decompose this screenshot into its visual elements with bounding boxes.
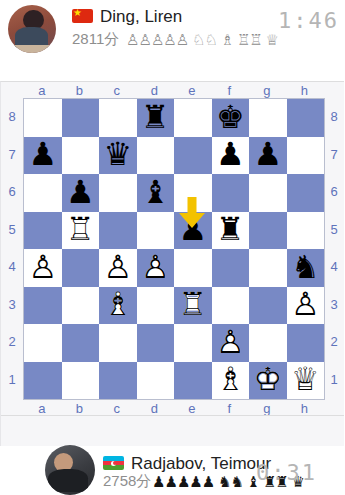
board: ♜♚♟♛♟♟♟♝♜♖♟♜♟♙♟♙♟♙♞♝♗♜♖♟♙♟♙♝♗♚♔♛♕ [23,98,325,400]
white-rook[interactable]: ♖ [66,213,95,245]
rank-label-3: 3 [2,297,22,312]
rank-labels-left: 87654321 [2,98,22,398]
rank-label-3: 3 [324,297,344,312]
file-label-c: c [98,83,136,98]
file-label-f: f [211,401,249,416]
square-g7[interactable]: ♟ [249,137,287,175]
rank-label-4: 4 [2,259,22,274]
flag-china-icon: ★ [72,9,93,23]
square-g8[interactable] [249,99,287,137]
white-king[interactable]: ♔ [253,363,282,395]
white-bishop[interactable]: ♗ [103,288,132,320]
clock-top: 1:46 [278,8,339,33]
square-d8[interactable]: ♜ [137,99,175,137]
square-e3[interactable]: ♜♖ [174,287,212,325]
rank-label-1: 1 [324,372,344,387]
square-d1[interactable] [137,362,175,400]
square-h4[interactable]: ♞ [287,249,325,287]
rank-label-2: 2 [324,334,344,349]
black-king[interactable]: ♚ [216,101,245,133]
white-pawn[interactable]: ♙ [291,288,320,320]
file-label-h: h [286,83,324,98]
file-label-b: b [61,401,99,416]
square-b7[interactable] [62,137,100,175]
white-queen[interactable]: ♕ [291,363,320,395]
square-d7[interactable] [137,137,175,175]
square-f7[interactable]: ♟ [212,137,250,175]
player-name-top: Ding, Liren [100,7,182,27]
black-rook[interactable]: ♜ [216,213,245,245]
file-labels-top: abcdefgh [23,83,323,98]
player-rating-bottom: 2758分 [103,472,151,491]
square-e4[interactable] [174,249,212,287]
square-h2[interactable] [287,324,325,362]
square-d5[interactable] [137,212,175,250]
square-b8[interactable] [62,99,100,137]
file-label-e: e [173,401,211,416]
square-a6[interactable] [24,174,62,212]
square-c2[interactable] [99,324,137,362]
square-b1[interactable] [62,362,100,400]
player-rating-top: 2811分 [72,30,119,49]
square-c8[interactable] [99,99,137,137]
square-c6[interactable] [99,174,137,212]
black-pawn[interactable]: ♟ [253,138,282,170]
square-a5[interactable] [24,212,62,250]
square-g1[interactable]: ♚♔ [249,362,287,400]
rank-label-5: 5 [2,222,22,237]
chess-app-screen: ★ Ding, Liren 2811分 ♙♙♙♙♙ ♘♘ ♗ ♖♖ ♕ 1:46… [0,0,345,495]
square-a1[interactable] [24,362,62,400]
square-h8[interactable] [287,99,325,137]
file-label-b: b [61,83,99,98]
square-h3[interactable]: ♟♙ [287,287,325,325]
file-label-f: f [211,83,249,98]
board-section: abcdefgh 87654321 87654321 ♜♚♟♛♟♟♟♝♜♖♟♜♟… [0,81,344,446]
black-rook[interactable]: ♜ [141,101,170,133]
square-g4[interactable] [249,249,287,287]
file-label-d: d [136,401,174,416]
rank-labels-right: 87654321 [324,98,344,398]
file-label-g: g [248,83,286,98]
square-f8[interactable]: ♚ [212,99,250,137]
square-h7[interactable] [287,137,325,175]
square-e8[interactable] [174,99,212,137]
rank-label-6: 6 [2,184,22,199]
rank-label-6: 6 [324,184,344,199]
square-a3[interactable] [24,287,62,325]
rank-label-8: 8 [2,109,22,124]
rank-label-8: 8 [324,109,344,124]
square-b4[interactable] [62,249,100,287]
section-divider [1,415,344,416]
square-f2[interactable]: ♟♙ [212,324,250,362]
square-e1[interactable] [174,362,212,400]
square-f1[interactable]: ♝♗ [212,362,250,400]
square-h5[interactable] [287,212,325,250]
avatar-radjabov [45,445,95,495]
file-label-h: h [286,401,324,416]
rank-label-4: 4 [324,259,344,274]
white-rook[interactable]: ♖ [178,288,207,320]
square-g5[interactable] [249,212,287,250]
black-queen[interactable]: ♛ [103,138,132,170]
flag-azerbaijan-icon [103,456,124,470]
square-f4[interactable] [212,249,250,287]
square-f5[interactable]: ♜ [212,212,250,250]
square-b2[interactable] [62,324,100,362]
file-label-e: e [173,83,211,98]
file-label-a: a [23,83,61,98]
square-f6[interactable] [212,174,250,212]
square-g2[interactable] [249,324,287,362]
square-g3[interactable] [249,287,287,325]
square-e7[interactable] [174,137,212,175]
rank-label-1: 1 [2,372,22,387]
square-d3[interactable] [137,287,175,325]
square-h6[interactable] [287,174,325,212]
file-label-c: c [98,401,136,416]
square-d4[interactable]: ♟♙ [137,249,175,287]
avatar-ding-liren [8,5,56,53]
square-h1[interactable]: ♛♕ [287,362,325,400]
square-a2[interactable] [24,324,62,362]
rank-label-7: 7 [2,147,22,162]
last-move-arrow [177,197,207,229]
white-pawn[interactable]: ♙ [141,251,170,283]
file-label-a: a [23,401,61,416]
square-a7[interactable]: ♟ [24,137,62,175]
black-knight[interactable]: ♞ [291,251,320,283]
square-a4[interactable]: ♟♙ [24,249,62,287]
square-c3[interactable]: ♝♗ [99,287,137,325]
square-e2[interactable] [174,324,212,362]
captured-pieces-top: ♙♙♙♙♙ ♘♘ ♗ ♖♖ ♕ [126,31,278,49]
black-bishop[interactable]: ♝ [141,176,170,208]
square-c4[interactable]: ♟♙ [99,249,137,287]
file-labels-bottom: abcdefgh [23,401,323,416]
white-pawn[interactable]: ♙ [28,251,57,283]
square-c5[interactable] [99,212,137,250]
square-b6[interactable]: ♟ [62,174,100,212]
white-pawn[interactable]: ♙ [216,326,245,358]
clock-bottom: 0:31 [256,460,317,485]
square-d6[interactable]: ♝ [137,174,175,212]
black-pawn[interactable]: ♟ [216,138,245,170]
file-label-d: d [136,83,174,98]
rank-label-5: 5 [324,222,344,237]
square-c7[interactable]: ♛ [99,137,137,175]
rank-label-7: 7 [324,147,344,162]
white-pawn[interactable]: ♙ [103,251,132,283]
square-b5[interactable]: ♜♖ [62,212,100,250]
square-g6[interactable] [249,174,287,212]
square-c1[interactable] [99,362,137,400]
square-f3[interactable] [212,287,250,325]
black-pawn[interactable]: ♟ [66,176,95,208]
square-d2[interactable] [137,324,175,362]
square-b3[interactable] [62,287,100,325]
square-a8[interactable] [24,99,62,137]
white-bishop[interactable]: ♗ [216,363,245,395]
player-name-bottom: Radjabov, Teimour [131,454,271,474]
rank-label-2: 2 [2,334,22,349]
black-pawn[interactable]: ♟ [28,138,57,170]
file-label-g: g [248,401,286,416]
